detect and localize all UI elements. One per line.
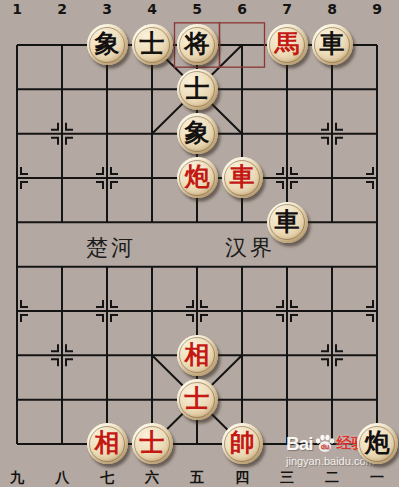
piece-red-cannon[interactable]: 炮 (177, 157, 218, 198)
xiangqi-app: 123456789 九八七六五四三二一 楚河 汉界 象士将馬車士象炮車車相士相士… (0, 0, 399, 487)
board-cell: 士 (175, 67, 220, 111)
piece-black-general[interactable]: 将 (177, 24, 218, 65)
piece-black-cannon[interactable]: 炮 (357, 423, 398, 464)
coord-label: 2 (57, 1, 67, 17)
piece-black-chariot[interactable]: 車 (267, 202, 308, 243)
piece-glyph: 象 (185, 120, 210, 145)
piece-glyph: 相 (185, 342, 210, 367)
piece-black-advisor[interactable]: 士 (177, 69, 218, 110)
board-cell: 士 (175, 377, 220, 421)
coord-label: 九 (10, 469, 24, 487)
coord-label: 五 (190, 469, 204, 487)
board-cell: 相 (85, 422, 130, 466)
piece-glyph: 車 (275, 209, 300, 234)
piece-black-elephant[interactable]: 象 (87, 24, 128, 65)
coord-label: 二 (325, 469, 339, 487)
board-cell: 馬 (265, 23, 310, 67)
coord-label: 4 (147, 1, 157, 17)
board-cell: 帥 (220, 422, 265, 466)
coord-label: 5 (192, 1, 202, 17)
board-cell: 炮 (355, 422, 399, 466)
board-cell: 士 (130, 422, 175, 466)
piece-glyph: 車 (320, 31, 345, 56)
board-cell: 車 (265, 200, 310, 244)
board-cell: 士 (130, 23, 175, 67)
board-cell: 将 (175, 23, 220, 67)
piece-black-chariot[interactable]: 車 (312, 24, 353, 65)
piece-black-advisor[interactable]: 士 (132, 24, 173, 65)
piece-glyph: 士 (185, 76, 210, 101)
board-cell: 車 (220, 156, 265, 200)
board-cell: 象 (85, 23, 130, 67)
coord-label: 六 (145, 469, 159, 487)
piece-red-general[interactable]: 帥 (222, 423, 263, 464)
piece-glyph: 相 (95, 430, 120, 455)
piece-glyph: 車 (230, 164, 255, 189)
coord-label: 四 (235, 469, 249, 487)
board-cell: 車 (310, 23, 355, 67)
piece-glyph: 士 (140, 31, 165, 56)
coord-label: 8 (327, 1, 337, 17)
piece-glyph: 士 (185, 386, 210, 411)
board-cell: 炮 (175, 156, 220, 200)
board-cell: 相 (175, 333, 220, 377)
piece-red-advisor[interactable]: 士 (177, 379, 218, 420)
piece-glyph: 炮 (365, 430, 390, 455)
piece-red-advisor[interactable]: 士 (132, 423, 173, 464)
piece-glyph: 帥 (230, 430, 255, 455)
piece-black-elephant[interactable]: 象 (177, 113, 218, 154)
piece-glyph: 将 (185, 31, 210, 56)
coord-label: 9 (372, 1, 382, 17)
coord-label: 八 (55, 469, 69, 487)
piece-glyph: 炮 (185, 164, 210, 189)
board-cell: 象 (175, 111, 220, 155)
piece-red-elephant[interactable]: 相 (177, 335, 218, 376)
piece-red-elephant[interactable]: 相 (87, 423, 128, 464)
piece-glyph: 象 (95, 31, 120, 56)
xiangqi-board[interactable]: 象士将馬車士象炮車車相士相士帥炮 (0, 23, 399, 466)
coord-label: 3 (102, 1, 112, 17)
coord-label: 七 (100, 469, 114, 487)
coord-label: 6 (237, 1, 247, 17)
piece-red-chariot[interactable]: 車 (222, 157, 263, 198)
coord-label: 一 (370, 469, 384, 487)
coord-label: 7 (282, 1, 292, 17)
piece-red-horse[interactable]: 馬 (267, 24, 308, 65)
piece-glyph: 士 (140, 430, 165, 455)
coord-label: 1 (12, 1, 22, 17)
coord-label: 三 (280, 469, 294, 487)
piece-glyph: 馬 (275, 31, 300, 56)
